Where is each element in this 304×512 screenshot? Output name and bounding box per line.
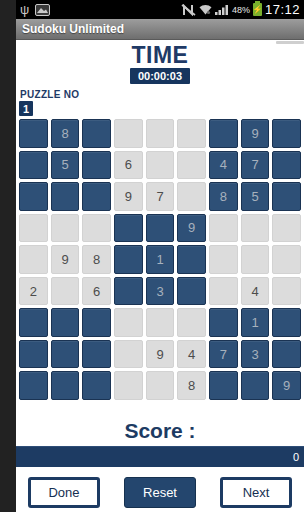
reset-button[interactable]: Reset [124,477,196,508]
sudoku-cell-r8c5[interactable]: 9 [146,340,175,369]
sudoku-cell-r7c8[interactable]: 1 [241,308,270,337]
sudoku-cell-r7c7[interactable] [209,308,238,337]
sudoku-cell-r2c3[interactable] [82,151,111,180]
sudoku-cell-r6c4[interactable] [114,277,143,306]
sudoku-cell-r3c8[interactable]: 5 [241,182,270,211]
sudoku-cell-r4c9[interactable] [272,214,301,243]
sudoku-cell-r4c6[interactable]: 9 [177,214,206,243]
sudoku-cell-r5c2[interactable]: 9 [51,245,80,274]
sudoku-cell-r1c6[interactable] [177,119,206,148]
score-label: Score : [16,419,304,443]
sudoku-cell-r2c1[interactable] [19,151,48,180]
sudoku-cell-r6c2[interactable] [51,277,80,306]
sudoku-cell-r2c6[interactable] [177,151,206,180]
app-window: ψ 48% ⚡ 17:12 [16,0,304,512]
sudoku-cell-r9c2[interactable] [51,371,80,400]
sudoku-cell-r4c8[interactable] [241,214,270,243]
done-button[interactable]: Done [28,477,100,508]
sudoku-cell-r3c3[interactable] [82,182,111,211]
sudoku-cell-r7c2[interactable] [51,308,80,337]
score-value: 0 [293,451,299,463]
sudoku-cell-r5c6[interactable] [177,245,206,274]
sudoku-cell-r1c2[interactable]: 8 [51,119,80,148]
sudoku-cell-r3c7[interactable]: 8 [209,182,238,211]
screenshot-icon [35,4,50,16]
sudoku-cell-r9c6[interactable]: 8 [177,371,206,400]
sudoku-cell-r4c5[interactable] [146,214,175,243]
sudoku-cell-r8c6[interactable]: 4 [177,340,206,369]
usb-icon: ψ [20,3,29,16]
sudoku-cell-r5c8[interactable] [241,245,270,274]
status-left-icons: ψ [20,3,50,16]
sudoku-cell-r7c1[interactable] [19,308,48,337]
sudoku-cell-r1c4[interactable] [114,119,143,148]
sudoku-cell-r8c2[interactable] [51,340,80,369]
puzzle-no-label: PUZZLE NO [20,89,304,100]
sudoku-cell-r3c2[interactable] [51,182,80,211]
sudoku-cell-r2c7[interactable]: 4 [209,151,238,180]
button-row: Done Reset Next [16,477,304,508]
sudoku-cell-r9c3[interactable] [82,371,111,400]
sudoku-cell-r4c3[interactable] [82,214,111,243]
signal-bars-icon [215,4,229,15]
no-network-icon [181,4,196,16]
sudoku-cell-r1c5[interactable] [146,119,175,148]
sudoku-cell-r2c9[interactable] [272,151,301,180]
sudoku-cell-r1c9[interactable] [272,119,301,148]
app-title: Sudoku Unlimited [22,22,124,36]
sudoku-cell-r6c6[interactable] [177,277,206,306]
sudoku-cell-r6c7[interactable] [209,277,238,306]
score-bar: 0 [16,446,304,467]
sudoku-cell-r8c3[interactable] [82,340,111,369]
status-right-icons: 48% ⚡ 17:12 [181,2,300,17]
sudoku-cell-r4c4[interactable] [114,214,143,243]
sudoku-cell-r1c7[interactable] [209,119,238,148]
wifi-icon [199,4,212,15]
sudoku-cell-r8c8[interactable]: 3 [241,340,270,369]
sudoku-cell-r8c9[interactable] [272,340,301,369]
battery-percent-label: 48% [232,5,250,15]
sudoku-cell-r4c2[interactable] [51,214,80,243]
sudoku-cell-r7c4[interactable] [114,308,143,337]
sudoku-cell-r5c3[interactable]: 8 [82,245,111,274]
puzzle-no-value: 1 [19,101,33,116]
sudoku-cell-r3c9[interactable] [272,182,301,211]
title-bar: Sudoku Unlimited [16,19,304,40]
status-clock: 17:12 [265,2,300,17]
sudoku-cell-r2c2[interactable]: 5 [51,151,80,180]
sudoku-cell-r9c5[interactable] [146,371,175,400]
sudoku-cell-r6c8[interactable]: 4 [241,277,270,306]
sudoku-cell-r1c3[interactable] [82,119,111,148]
sudoku-cell-r5c5[interactable]: 1 [146,245,175,274]
sudoku-cell-r7c6[interactable] [177,308,206,337]
sudoku-cell-r4c7[interactable] [209,214,238,243]
sudoku-cell-r8c4[interactable] [114,340,143,369]
sudoku-cell-r2c4[interactable]: 6 [114,151,143,180]
sudoku-cell-r5c4[interactable] [114,245,143,274]
battery-charging-icon: ⚡ [253,3,262,16]
sudoku-cell-r6c3[interactable]: 6 [82,277,111,306]
sudoku-cell-r7c3[interactable] [82,308,111,337]
sudoku-cell-r3c1[interactable] [19,182,48,211]
sudoku-cell-r7c5[interactable] [146,308,175,337]
sudoku-cell-r3c5[interactable]: 7 [146,182,175,211]
time-heading: TIME [16,43,304,67]
sudoku-cell-r4c1[interactable] [19,214,48,243]
sudoku-cell-r2c8[interactable]: 7 [241,151,270,180]
next-button[interactable]: Next [220,477,292,508]
status-bar: ψ 48% ⚡ 17:12 [16,0,304,19]
sudoku-cell-r5c7[interactable] [209,245,238,274]
sudoku-cell-r8c1[interactable] [19,340,48,369]
sudoku-cell-r6c5[interactable]: 3 [146,277,175,306]
sudoku-cell-r9c9[interactable]: 9 [272,371,301,400]
sudoku-cell-r9c4[interactable] [114,371,143,400]
sudoku-cell-r1c1[interactable] [19,119,48,148]
timer-value: 00:00:03 [130,68,190,84]
sudoku-cell-r6c1[interactable]: 2 [19,277,48,306]
sudoku-cell-r6c9[interactable] [272,277,301,306]
sudoku-cell-r8c7[interactable]: 7 [209,340,238,369]
sudoku-cell-r9c8[interactable] [241,371,270,400]
sudoku-cell-r2c5[interactable] [146,151,175,180]
sudoku-cell-r1c8[interactable]: 9 [241,119,270,148]
sudoku-cell-r3c6[interactable] [177,182,206,211]
sudoku-cell-r9c1[interactable] [19,371,48,400]
scrollbar-thumb [276,41,304,44]
sudoku-cell-r7c9[interactable] [272,308,301,337]
sudoku-cell-r5c1[interactable] [19,245,48,274]
sudoku-cell-r9c7[interactable] [209,371,238,400]
sudoku-grid: 8956479785998126341947389 [16,119,304,400]
sudoku-cell-r3c4[interactable]: 9 [114,182,143,211]
sudoku-cell-r5c9[interactable] [272,245,301,274]
